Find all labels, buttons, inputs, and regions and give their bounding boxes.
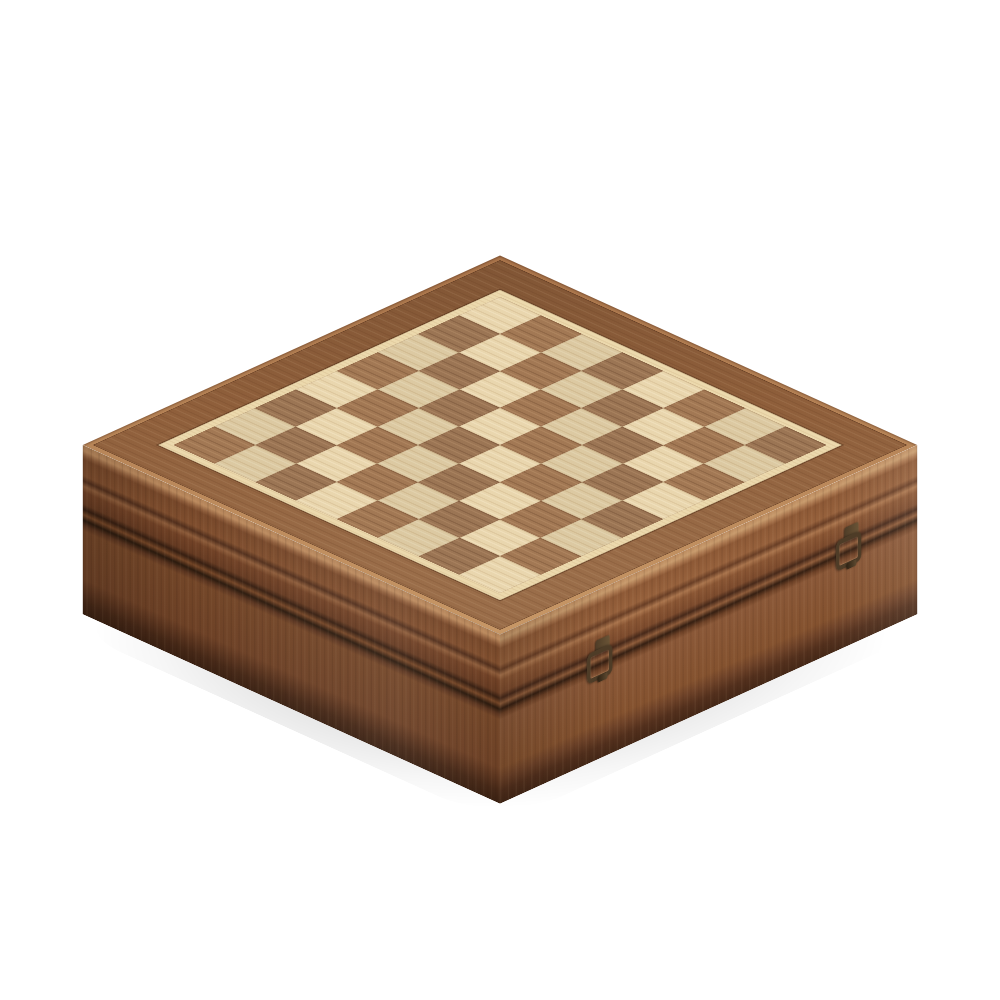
square-g3 (500, 501, 582, 538)
square-h5 (623, 482, 705, 519)
right-latch (841, 520, 862, 572)
square-h7 (704, 445, 786, 482)
square-c1 (255, 464, 337, 501)
square-g4 (541, 482, 623, 519)
square-h1 (459, 556, 541, 593)
square-h2 (500, 538, 582, 575)
square-f4 (500, 464, 582, 501)
square-g5 (582, 464, 664, 501)
square-f5 (541, 445, 623, 482)
square-f3 (459, 482, 541, 519)
square-g6 (623, 445, 705, 482)
square-e4 (459, 445, 541, 482)
square-b1 (214, 445, 296, 482)
product-photo-scene (0, 0, 1000, 1000)
square-e3 (418, 464, 500, 501)
square-h3 (541, 519, 623, 556)
front-latch (592, 633, 613, 685)
square-e2 (377, 482, 459, 519)
square-h6 (663, 464, 745, 501)
square-g1 (418, 538, 500, 575)
square-f2 (418, 501, 500, 538)
square-d1 (296, 482, 378, 519)
square-c2 (296, 445, 378, 482)
square-g2 (459, 519, 541, 556)
square-h4 (582, 501, 664, 538)
square-f1 (377, 519, 459, 556)
square-d3 (377, 445, 459, 482)
square-d2 (337, 464, 419, 501)
square-e1 (337, 501, 419, 538)
chess-box (83, 256, 917, 635)
